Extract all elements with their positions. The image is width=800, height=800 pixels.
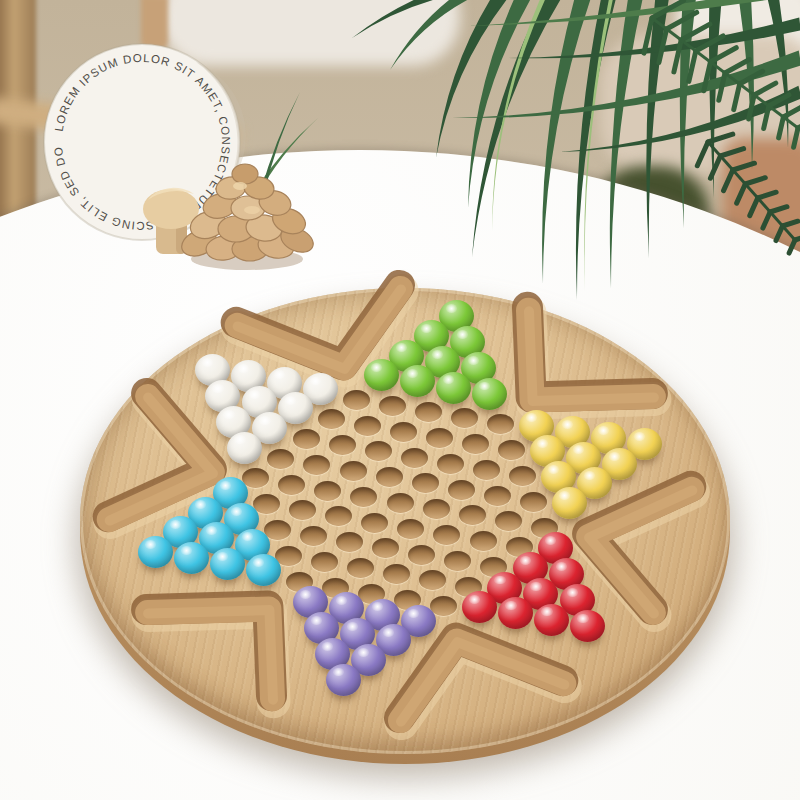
board-hole [379, 396, 406, 416]
board-hole [473, 460, 500, 480]
board-hole [383, 564, 410, 584]
photo-scene: LOREM IPSUM DOLOR SIT AMET, CONSECTETUR … [0, 0, 800, 800]
board-hole [437, 454, 464, 474]
board-hole [397, 519, 424, 539]
board-hole [419, 570, 446, 590]
board-hole [325, 506, 352, 526]
board-hole [459, 505, 486, 525]
marble-green[interactable] [364, 359, 399, 391]
board-hole [278, 475, 305, 495]
board-hole [387, 493, 414, 513]
board-hole [329, 435, 356, 455]
marble-cyan[interactable] [138, 536, 173, 568]
board-hole [318, 409, 345, 429]
board-hole [451, 408, 478, 428]
board-hole [300, 526, 327, 546]
board-hole [372, 538, 399, 558]
marble-red[interactable] [534, 604, 569, 636]
board-hole [264, 520, 291, 540]
board-hole [462, 434, 489, 454]
board-hole [289, 500, 316, 520]
board-hole [311, 552, 338, 572]
board-hole [487, 414, 514, 434]
marble-cyan[interactable] [210, 548, 245, 580]
marble-purple[interactable] [326, 664, 361, 696]
board-hole [293, 429, 320, 449]
board-hole [340, 461, 367, 481]
board-hole [390, 422, 417, 442]
board-hole [303, 455, 330, 475]
board-hole [401, 448, 428, 468]
board-hole [267, 449, 294, 469]
board-hole [347, 558, 374, 578]
marble-red[interactable] [498, 597, 533, 629]
marble-cyan[interactable] [246, 554, 281, 586]
board-hole [470, 531, 497, 551]
board-hole [376, 467, 403, 487]
board-hole [354, 416, 381, 436]
board-hole [448, 480, 475, 500]
marble-green[interactable] [436, 372, 471, 404]
marble-green[interactable] [472, 378, 507, 410]
marble-red[interactable] [462, 591, 497, 623]
board-hole [433, 525, 460, 545]
marble-red[interactable] [570, 610, 605, 642]
board-hole [412, 473, 439, 493]
board-hole [498, 440, 525, 460]
board-hole [520, 492, 547, 512]
board-hole [423, 499, 450, 519]
marble-cyan[interactable] [174, 542, 209, 574]
board-hole [343, 390, 370, 410]
board-hole [350, 487, 377, 507]
board-hole [415, 402, 442, 422]
board-hole [426, 428, 453, 448]
board-hole [509, 466, 536, 486]
board-hole [408, 545, 435, 565]
board-hole [336, 532, 363, 552]
board-hole [484, 486, 511, 506]
board-hole [314, 481, 341, 501]
marble-yellow[interactable] [552, 487, 587, 519]
marble-green[interactable] [400, 365, 435, 397]
board-hole [444, 551, 471, 571]
board-hole [495, 511, 522, 531]
board-cells [0, 0, 800, 800]
marble-white[interactable] [227, 432, 262, 464]
board-hole [361, 513, 388, 533]
board-hole [365, 441, 392, 461]
